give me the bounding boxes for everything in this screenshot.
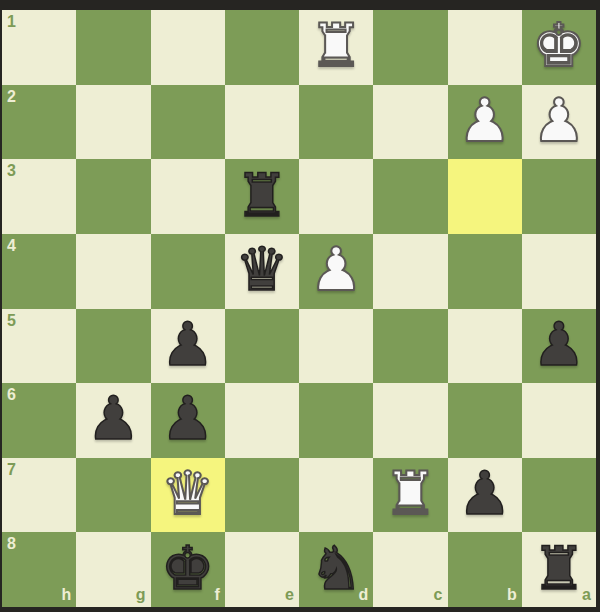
square-a1[interactable]: ♚ — [522, 10, 596, 85]
piece-black-rook-a8[interactable]: ♜ — [532, 538, 586, 598]
piece-white-pawn-d4[interactable]: ♟ — [309, 239, 363, 299]
piece-black-pawn-b7[interactable]: ♟ — [458, 463, 512, 523]
square-f4[interactable] — [151, 234, 225, 309]
square-a6[interactable] — [522, 383, 596, 458]
piece-white-queen-f7[interactable]: ♛ — [161, 463, 215, 523]
square-b1[interactable] — [448, 10, 522, 85]
square-c1[interactable] — [373, 10, 447, 85]
rank-label-2: 2 — [7, 88, 16, 106]
square-f1[interactable] — [151, 10, 225, 85]
piece-black-king-f8[interactable]: ♚ — [161, 538, 215, 598]
file-label-f: f — [214, 586, 219, 604]
square-d3[interactable] — [299, 159, 373, 234]
rank-label-5: 5 — [7, 312, 16, 330]
piece-black-pawn-g6[interactable]: ♟ — [86, 388, 140, 448]
piece-black-rook-e3[interactable]: ♜ — [235, 165, 289, 225]
square-h3[interactable]: 3 — [2, 159, 76, 234]
square-d4[interactable]: ♟ — [299, 234, 373, 309]
square-g3[interactable] — [76, 159, 150, 234]
square-a4[interactable] — [522, 234, 596, 309]
square-f8[interactable]: f♚ — [151, 532, 225, 607]
square-e1[interactable] — [225, 10, 299, 85]
board-frame: 1♜♚2♟♟3♜4♛♟5♟♟6♟♟7♛♜♟8hgf♚ed♞cba♜ — [0, 0, 600, 612]
square-d2[interactable] — [299, 85, 373, 160]
square-b5[interactable] — [448, 309, 522, 384]
piece-black-pawn-a5[interactable]: ♟ — [532, 314, 586, 374]
rank-label-1: 1 — [7, 13, 16, 31]
chess-board: 1♜♚2♟♟3♜4♛♟5♟♟6♟♟7♛♜♟8hgf♚ed♞cba♜ — [2, 10, 596, 607]
square-f5[interactable]: ♟ — [151, 309, 225, 384]
square-c8[interactable]: c — [373, 532, 447, 607]
file-label-b: b — [507, 586, 517, 604]
file-label-g: g — [136, 586, 146, 604]
square-g2[interactable] — [76, 85, 150, 160]
square-c4[interactable] — [373, 234, 447, 309]
square-h5[interactable]: 5 — [2, 309, 76, 384]
square-h8[interactable]: 8h — [2, 532, 76, 607]
square-e3[interactable]: ♜ — [225, 159, 299, 234]
square-d8[interactable]: d♞ — [299, 532, 373, 607]
piece-white-king-a1[interactable]: ♚ — [532, 15, 586, 75]
square-h1[interactable]: 1 — [2, 10, 76, 85]
square-f2[interactable] — [151, 85, 225, 160]
piece-black-knight-d8[interactable]: ♞ — [309, 538, 363, 598]
piece-black-pawn-f6[interactable]: ♟ — [161, 388, 215, 448]
square-e7[interactable] — [225, 458, 299, 533]
square-c7[interactable]: ♜ — [373, 458, 447, 533]
square-c2[interactable] — [373, 85, 447, 160]
piece-black-pawn-f5[interactable]: ♟ — [161, 314, 215, 374]
rank-label-8: 8 — [7, 535, 16, 553]
square-c5[interactable] — [373, 309, 447, 384]
square-g1[interactable] — [76, 10, 150, 85]
square-b4[interactable] — [448, 234, 522, 309]
rank-label-4: 4 — [7, 237, 16, 255]
square-d6[interactable] — [299, 383, 373, 458]
square-b6[interactable] — [448, 383, 522, 458]
square-a8[interactable]: a♜ — [522, 532, 596, 607]
square-b2[interactable]: ♟ — [448, 85, 522, 160]
square-c3[interactable] — [373, 159, 447, 234]
square-a3[interactable] — [522, 159, 596, 234]
square-e4[interactable]: ♛ — [225, 234, 299, 309]
square-c6[interactable] — [373, 383, 447, 458]
square-d1[interactable]: ♜ — [299, 10, 373, 85]
square-a5[interactable]: ♟ — [522, 309, 596, 384]
file-label-e: e — [285, 586, 294, 604]
square-b3[interactable] — [448, 159, 522, 234]
square-e2[interactable] — [225, 85, 299, 160]
square-g8[interactable]: g — [76, 532, 150, 607]
rank-label-6: 6 — [7, 386, 16, 404]
square-h6[interactable]: 6 — [2, 383, 76, 458]
piece-white-pawn-b2[interactable]: ♟ — [458, 90, 512, 150]
piece-white-rook-c7[interactable]: ♜ — [383, 463, 437, 523]
square-g7[interactable] — [76, 458, 150, 533]
square-d7[interactable] — [299, 458, 373, 533]
square-d5[interactable] — [299, 309, 373, 384]
piece-white-rook-d1[interactable]: ♜ — [309, 15, 363, 75]
piece-black-queen-e4[interactable]: ♛ — [235, 239, 289, 299]
square-h4[interactable]: 4 — [2, 234, 76, 309]
square-a7[interactable] — [522, 458, 596, 533]
square-f3[interactable] — [151, 159, 225, 234]
square-e8[interactable]: e — [225, 532, 299, 607]
square-g6[interactable]: ♟ — [76, 383, 150, 458]
square-h7[interactable]: 7 — [2, 458, 76, 533]
square-a2[interactable]: ♟ — [522, 85, 596, 160]
square-g5[interactable] — [76, 309, 150, 384]
square-b8[interactable]: b — [448, 532, 522, 607]
square-b7[interactable]: ♟ — [448, 458, 522, 533]
square-f7[interactable]: ♛ — [151, 458, 225, 533]
piece-white-pawn-a2[interactable]: ♟ — [532, 90, 586, 150]
square-f6[interactable]: ♟ — [151, 383, 225, 458]
square-e6[interactable] — [225, 383, 299, 458]
file-label-c: c — [434, 586, 443, 604]
square-h2[interactable]: 2 — [2, 85, 76, 160]
rank-label-7: 7 — [7, 461, 16, 479]
file-label-h: h — [61, 586, 71, 604]
rank-label-3: 3 — [7, 162, 16, 180]
square-g4[interactable] — [76, 234, 150, 309]
square-e5[interactable] — [225, 309, 299, 384]
